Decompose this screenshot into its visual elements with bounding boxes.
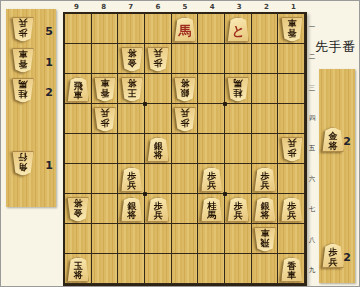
piece-face: 桂馬 xyxy=(12,78,34,103)
gote-captured-stand: 歩兵5香車1桂馬2角行1 xyxy=(6,9,56,207)
rank-label-9: 九 xyxy=(307,256,317,286)
piece-glyph: 車 xyxy=(101,78,110,87)
piece-銀将-2七[interactable]: 銀将 xyxy=(254,197,276,222)
piece-歩兵-2六[interactable]: 歩兵 xyxy=(254,167,276,192)
piece-glyph: 歩 xyxy=(154,57,163,66)
file-label-9: 9 xyxy=(63,2,90,12)
piece-glyph: 将 xyxy=(127,48,136,57)
sente-captured-stand: 金将2歩兵2 xyxy=(319,69,355,283)
sente-hand-歩兵[interactable]: 歩兵2 xyxy=(322,243,352,271)
sente-hand-金将[interactable]: 金将2 xyxy=(322,127,352,155)
file-coordinates: 987654321 xyxy=(63,2,307,12)
piece-face: 歩兵 xyxy=(322,243,344,268)
piece-face: 飛車 xyxy=(67,77,89,102)
piece-glyph: 車 xyxy=(19,49,28,58)
piece-glyph: 歩 xyxy=(181,117,190,126)
piece-face: 歩兵 xyxy=(121,167,143,192)
hand-count: 1 xyxy=(45,159,53,172)
piece-歩兵-1七[interactable]: 歩兵 xyxy=(281,197,303,222)
hand-piece-歩兵[interactable]: 歩兵 xyxy=(322,243,344,268)
piece-glyph: 将 xyxy=(127,211,136,220)
file-label-3: 3 xyxy=(226,2,253,12)
piece-glyph: 兵 xyxy=(234,211,243,220)
file-label-8: 8 xyxy=(90,2,117,12)
piece-銀将-7七[interactable]: 銀将 xyxy=(121,197,143,222)
piece-glyph: 兵 xyxy=(181,108,190,117)
piece-face: 金将 xyxy=(322,127,344,152)
piece-glyph: 桂 xyxy=(19,88,28,97)
piece-歩兵-8四[interactable]: 歩兵 xyxy=(94,107,116,132)
piece-glyph: 歩 xyxy=(19,27,28,36)
piece-glyph: 兵 xyxy=(261,181,270,190)
piece-glyph: 将 xyxy=(74,271,83,280)
rank-label-3: 三 xyxy=(307,73,317,103)
piece-glyph: 飛 xyxy=(261,237,270,246)
piece-桂馬-3三[interactable]: 桂馬 xyxy=(227,77,249,102)
piece-face: 歩兵 xyxy=(281,137,303,162)
piece-face: 歩兵 xyxy=(254,167,276,192)
piece-玉将-9九[interactable]: 玉将 xyxy=(67,257,89,282)
piece-金将-9七[interactable]: 金将 xyxy=(67,197,89,222)
file-label-1: 1 xyxy=(280,2,307,12)
piece-face: 金将 xyxy=(121,47,143,72)
piece-と-3一[interactable]: と xyxy=(227,17,249,42)
gote-hand-香車[interactable]: 香車1 xyxy=(12,48,56,76)
piece-glyph: 行 xyxy=(19,152,28,161)
piece-face: 歩兵 xyxy=(227,197,249,222)
shogi-board[interactable]: 馬と香車金将歩兵飛車香車王将銀将桂馬歩兵歩兵銀将歩兵歩兵歩兵歩兵金将銀将歩兵桂馬… xyxy=(63,12,307,286)
piece-glyph: 将 xyxy=(261,211,270,220)
piece-face: 香車 xyxy=(94,77,116,102)
piece-glyph: 歩 xyxy=(101,117,110,126)
piece-glyph: 兵 xyxy=(127,181,136,190)
pieces-layer: 馬と香車金将歩兵飛車香車王将銀将桂馬歩兵歩兵銀将歩兵歩兵歩兵歩兵金将銀将歩兵桂馬… xyxy=(65,14,305,284)
piece-歩兵-6二[interactable]: 歩兵 xyxy=(147,47,169,72)
piece-glyph: 兵 xyxy=(287,211,296,220)
piece-桂馬-4七[interactable]: 桂馬 xyxy=(201,197,223,222)
hand-piece-桂馬[interactable]: 桂馬 xyxy=(12,78,34,103)
piece-glyph: 兵 xyxy=(101,108,110,117)
piece-glyph: 将 xyxy=(154,151,163,160)
hand-count: 2 xyxy=(343,251,351,264)
rank-label-7: 七 xyxy=(307,195,317,225)
turn-indicator: 先手番 xyxy=(315,38,360,56)
piece-face: 歩兵 xyxy=(12,17,34,42)
piece-王将-7三[interactable]: 王将 xyxy=(121,77,143,102)
piece-glyph: 兵 xyxy=(154,48,163,57)
piece-glyph: 兵 xyxy=(329,258,338,267)
piece-glyph: 金 xyxy=(127,57,136,66)
piece-歩兵-1五[interactable]: 歩兵 xyxy=(281,137,303,162)
piece-香車-1一[interactable]: 香車 xyxy=(281,17,303,42)
gote-hand-歩兵[interactable]: 歩兵5 xyxy=(12,17,56,45)
piece-glyph: 車 xyxy=(287,18,296,27)
hand-piece-香車[interactable]: 香車 xyxy=(12,48,34,73)
piece-香車-8三[interactable]: 香車 xyxy=(94,77,116,102)
piece-face: 桂馬 xyxy=(201,197,223,222)
piece-馬-5一[interactable]: 馬 xyxy=(174,17,196,42)
piece-face: 銀将 xyxy=(147,137,169,162)
file-label-7: 7 xyxy=(117,2,144,12)
hand-count: 5 xyxy=(45,25,53,38)
file-label-2: 2 xyxy=(253,2,280,12)
piece-glyph: 将 xyxy=(329,142,338,151)
piece-face: 香車 xyxy=(281,257,303,282)
piece-glyph: 将 xyxy=(127,78,136,87)
piece-face: 歩兵 xyxy=(174,107,196,132)
piece-glyph: 馬 xyxy=(207,211,216,220)
piece-glyph: 王 xyxy=(127,87,136,96)
piece-香車-1九[interactable]: 香車 xyxy=(281,257,303,282)
piece-face: 銀将 xyxy=(254,197,276,222)
piece-glyph: 桂 xyxy=(234,87,243,96)
piece-face: 玉将 xyxy=(67,257,89,282)
piece-glyph: 馬 xyxy=(19,79,28,88)
piece-glyph: 車 xyxy=(261,228,270,237)
piece-face: 金将 xyxy=(67,197,89,222)
file-label-5: 5 xyxy=(171,2,198,12)
piece-glyph: 将 xyxy=(74,198,83,207)
piece-glyph: 香 xyxy=(19,58,28,67)
file-label-6: 6 xyxy=(144,2,171,12)
piece-glyph: 車 xyxy=(74,91,83,100)
piece-glyph: 将 xyxy=(181,78,190,87)
rank-label-6: 六 xyxy=(307,164,317,194)
piece-face: 銀将 xyxy=(121,197,143,222)
hand-piece-角行[interactable]: 角行 xyxy=(12,151,34,176)
piece-歩兵-5四[interactable]: 歩兵 xyxy=(174,107,196,132)
hand-count: 2 xyxy=(343,135,351,148)
file-label-4: 4 xyxy=(199,2,226,12)
piece-glyph: 角 xyxy=(19,161,28,170)
piece-歩兵-7六[interactable]: 歩兵 xyxy=(121,167,143,192)
piece-glyph: 兵 xyxy=(154,211,163,220)
piece-glyph: 馬 xyxy=(179,24,192,37)
piece-glyph: 銀 xyxy=(181,87,190,96)
piece-飛車-2八[interactable]: 飛車 xyxy=(254,227,276,252)
piece-face: 角行 xyxy=(12,151,34,176)
shogi-app-window: 歩兵5香車1桂馬2角行1 987654321 馬と香車金将歩兵飛車香車王将銀将桂… xyxy=(0,0,360,287)
piece-glyph: 車 xyxy=(287,271,296,280)
piece-glyph: 香 xyxy=(101,87,110,96)
piece-歩兵-4六[interactable]: 歩兵 xyxy=(201,167,223,192)
rank-label-5: 五 xyxy=(307,134,317,164)
hand-piece-歩兵[interactable]: 歩兵 xyxy=(12,17,34,42)
piece-face: 馬 xyxy=(174,17,196,42)
piece-face: 歩兵 xyxy=(94,107,116,132)
piece-face: 飛車 xyxy=(254,227,276,252)
piece-glyph: 兵 xyxy=(207,181,216,190)
piece-face: 桂馬 xyxy=(227,77,249,102)
gote-hand-角行[interactable]: 角行1 xyxy=(12,151,56,179)
hand-count: 2 xyxy=(45,86,53,99)
piece-face: 歩兵 xyxy=(147,47,169,72)
piece-face: 歩兵 xyxy=(201,167,223,192)
rank-label-4: 四 xyxy=(307,103,317,133)
piece-face: 歩兵 xyxy=(281,197,303,222)
rank-label-8: 八 xyxy=(307,225,317,255)
hand-count: 1 xyxy=(45,56,53,69)
piece-face: 銀将 xyxy=(174,77,196,102)
piece-face: と xyxy=(227,17,249,42)
piece-glyph: 香 xyxy=(287,27,296,36)
piece-face: 香車 xyxy=(12,48,34,73)
hand-piece-金将[interactable]: 金将 xyxy=(322,127,344,152)
gote-hand-桂馬[interactable]: 桂馬2 xyxy=(12,78,56,106)
piece-飛車-9三[interactable]: 飛車 xyxy=(67,77,89,102)
piece-face: 歩兵 xyxy=(147,197,169,222)
piece-face: 香車 xyxy=(281,17,303,42)
piece-glyph: 歩 xyxy=(287,147,296,156)
piece-歩兵-6七[interactable]: 歩兵 xyxy=(147,197,169,222)
piece-glyph: 馬 xyxy=(234,78,243,87)
piece-銀将-6五[interactable]: 銀将 xyxy=(147,137,169,162)
piece-glyph: と xyxy=(232,24,245,37)
piece-glyph: 兵 xyxy=(19,18,28,27)
piece-歩兵-3七[interactable]: 歩兵 xyxy=(227,197,249,222)
piece-glyph: 金 xyxy=(74,207,83,216)
piece-金将-7二[interactable]: 金将 xyxy=(121,47,143,72)
piece-glyph: 兵 xyxy=(287,138,296,147)
piece-face: 王将 xyxy=(121,77,143,102)
piece-銀将-5三[interactable]: 銀将 xyxy=(174,77,196,102)
